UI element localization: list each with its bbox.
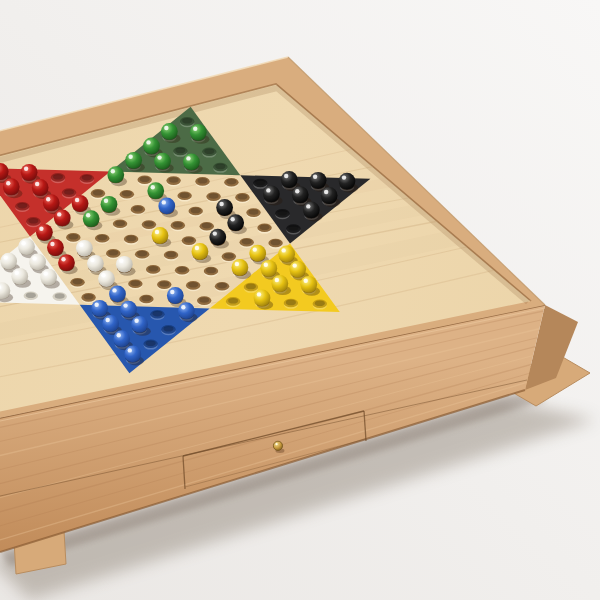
marble-white <box>87 255 104 272</box>
hole-shadow <box>144 221 154 227</box>
hole-shadow <box>164 326 174 332</box>
marble-specular <box>128 155 132 159</box>
marble-specular <box>106 318 110 322</box>
marble-specular <box>293 263 297 267</box>
marble-white <box>29 254 46 271</box>
marble-black <box>339 173 356 190</box>
hole-shadow <box>315 300 325 306</box>
hole-shadow <box>55 293 65 299</box>
marble-yellow <box>260 260 277 277</box>
hole-shadow <box>26 292 36 298</box>
marble-specular <box>219 202 223 206</box>
hole-shadow <box>288 225 298 231</box>
marble-black <box>227 214 244 231</box>
hole-shadow <box>180 192 190 198</box>
marble-blue <box>124 346 141 363</box>
hole-shadow <box>177 267 187 273</box>
marble-specular <box>164 126 168 130</box>
marble-specular <box>134 319 138 323</box>
hole-shadow <box>188 282 198 288</box>
hole-shadow <box>277 210 287 216</box>
marble-green <box>107 166 124 183</box>
marble-blue <box>102 315 119 332</box>
hole-shadow <box>204 148 214 154</box>
hole-shadow <box>255 180 265 186</box>
marble-specular <box>21 241 25 245</box>
hole-shadow <box>159 281 169 287</box>
marble-black <box>303 202 320 219</box>
marble-specular <box>306 204 310 208</box>
marble-specular <box>94 303 98 307</box>
marble-specular <box>90 258 94 262</box>
marble-specular <box>61 257 65 261</box>
hole-shadow <box>202 223 212 229</box>
marble-blue <box>131 316 148 333</box>
marble-black <box>310 172 327 189</box>
marble-blue <box>113 330 130 347</box>
hole-shadow <box>130 280 140 286</box>
marble-white <box>98 270 115 287</box>
hole-shadow <box>68 234 78 240</box>
marble-specular <box>6 181 10 185</box>
marble-specular <box>235 262 239 266</box>
hole-shadow <box>184 237 194 243</box>
marble-white <box>11 268 28 285</box>
hole-shadow <box>217 283 227 289</box>
hole-shadow <box>215 164 225 170</box>
hole-shadow <box>182 118 192 124</box>
marble-specular <box>264 263 268 267</box>
marble-specular <box>119 259 123 263</box>
hole-shadow <box>146 340 156 346</box>
marble-red <box>32 179 49 196</box>
marble-green <box>183 154 200 171</box>
marble-white <box>0 253 17 270</box>
hole-shadow <box>115 220 125 226</box>
marble-specular <box>57 212 61 216</box>
marble-blue <box>178 302 195 319</box>
marble-specular <box>313 175 317 179</box>
marble-specular <box>128 348 132 352</box>
marble-yellow <box>152 227 169 244</box>
marble-specular <box>170 290 174 294</box>
hole-shadow <box>82 175 92 181</box>
marble-specular <box>304 279 308 283</box>
marble-green <box>147 182 164 199</box>
marble-specular <box>50 242 54 246</box>
marble-specular <box>213 231 217 235</box>
hole-shadow <box>17 203 27 209</box>
marble-specular <box>117 333 121 337</box>
marble-blue <box>158 198 175 215</box>
marble-black <box>263 186 280 203</box>
marble-white <box>40 269 57 286</box>
marble-specular <box>146 140 150 144</box>
marble-black <box>321 187 338 204</box>
drawer-knob <box>273 441 282 450</box>
marble-blue <box>91 300 108 317</box>
marble-specular <box>79 243 83 247</box>
hole-shadow <box>175 148 185 154</box>
marble-specular <box>230 217 234 221</box>
marble-specular <box>35 182 39 186</box>
marble-blue <box>120 301 137 318</box>
hole-shadow <box>73 279 83 285</box>
marble-specular <box>104 199 108 203</box>
hole-shadow <box>199 297 209 303</box>
marble-specular <box>284 174 288 178</box>
marble-yellow <box>249 245 266 262</box>
marble-yellow <box>271 275 288 292</box>
marble-specular <box>342 175 346 179</box>
marble-specular <box>195 246 199 250</box>
marble-specular <box>162 200 166 204</box>
hole-shadow <box>191 208 201 214</box>
marble-white <box>18 238 35 255</box>
marble-green <box>125 152 142 169</box>
hole-shadow <box>166 252 176 258</box>
marble-specular <box>123 303 127 307</box>
marble-specular <box>3 255 7 259</box>
marble-specular <box>101 273 105 277</box>
hole-shadow <box>64 189 74 195</box>
hole-shadow <box>148 266 158 272</box>
hole-shadow <box>28 218 38 224</box>
marble-white <box>116 256 133 273</box>
marble-red <box>72 195 89 212</box>
marble-yellow <box>192 243 209 260</box>
product-photo-stage <box>0 0 600 600</box>
marble-red <box>54 210 71 227</box>
marble-black <box>216 199 233 216</box>
marble-red <box>36 224 53 241</box>
hole-shadow <box>206 268 216 274</box>
marble-red <box>21 164 38 181</box>
hole-shadow <box>226 179 236 185</box>
marble-green <box>101 196 118 213</box>
hole-shadow <box>286 300 296 306</box>
marble-specular <box>43 271 47 275</box>
marble-specular <box>275 278 279 282</box>
marble-specular <box>112 288 116 292</box>
hole-shadow <box>246 284 256 290</box>
marble-specular <box>266 188 270 192</box>
marble-specular <box>15 271 19 275</box>
marble-specular <box>257 292 261 296</box>
marble-specular <box>324 190 328 194</box>
hole-shadow <box>108 250 118 256</box>
hole-shadow <box>242 239 252 245</box>
marble-black <box>281 171 298 188</box>
marble-specular <box>151 185 155 189</box>
hole-shadow <box>140 176 150 182</box>
marble-red <box>47 239 64 256</box>
hole-shadow <box>228 298 238 304</box>
marble-green <box>83 210 100 227</box>
hole-shadow <box>93 190 103 196</box>
hole-shadow <box>53 174 63 180</box>
marble-black <box>292 186 309 203</box>
marble-specular <box>39 227 43 231</box>
marble-yellow <box>289 261 306 278</box>
marble-specular <box>86 213 90 217</box>
hole-shadow <box>122 191 132 197</box>
hole-shadow <box>173 222 183 228</box>
marble-blue <box>167 287 184 304</box>
hole-shadow <box>84 294 94 300</box>
marble-red <box>3 178 20 195</box>
hole-shadow <box>224 253 234 259</box>
marble-specular <box>157 155 161 159</box>
marble-green <box>143 138 160 155</box>
marble-specular <box>186 156 190 160</box>
marble-yellow <box>300 276 317 293</box>
marble-black <box>209 229 226 246</box>
marble-specular <box>281 248 285 252</box>
hole-shadow <box>126 236 136 242</box>
scene-svg <box>0 0 600 600</box>
marble-yellow <box>278 246 295 263</box>
marble-blue <box>109 286 126 303</box>
hole-shadow <box>169 177 179 183</box>
marble-white <box>76 240 93 257</box>
marble-green <box>161 123 178 140</box>
hole-shadow <box>198 178 208 184</box>
marble-green <box>154 153 171 170</box>
marble-specular <box>295 189 299 193</box>
hole-shadow <box>271 240 281 246</box>
hole-shadow <box>137 251 147 257</box>
marble-specular <box>46 197 50 201</box>
marble-specular <box>24 167 28 171</box>
marble-red <box>58 254 75 271</box>
marble-green <box>190 124 207 141</box>
hole-shadow <box>152 311 162 317</box>
hole-shadow <box>260 224 270 230</box>
marble-specular <box>32 256 36 260</box>
hole-shadow <box>249 209 259 215</box>
marble-specular <box>111 169 115 173</box>
marble-specular <box>75 198 79 202</box>
marble-specular <box>181 305 185 309</box>
marble-yellow <box>254 290 271 307</box>
hole-shadow <box>133 206 143 212</box>
marble-specular <box>155 230 159 234</box>
marble-specular <box>193 127 197 131</box>
marble-red <box>43 194 60 211</box>
hole-shadow <box>141 296 151 302</box>
hole-shadow <box>97 235 107 241</box>
hole-shadow <box>237 194 247 200</box>
marble-specular <box>253 247 257 251</box>
marble-yellow <box>232 259 249 276</box>
hole-shadow <box>209 193 219 199</box>
